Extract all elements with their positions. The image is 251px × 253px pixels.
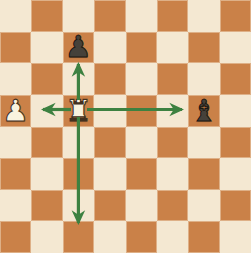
black-bishop[interactable]: ♝ — [188, 95, 219, 127]
board-square-c2r3[interactable]: ♜ — [63, 95, 94, 127]
board-square-c6r0[interactable] — [188, 0, 219, 32]
board-square-c6r1[interactable] — [188, 32, 219, 64]
board-square-c3r5[interactable] — [94, 158, 125, 190]
board-square-c4r7[interactable] — [126, 221, 157, 253]
board-square-c3r3[interactable] — [94, 95, 125, 127]
board-square-c4r2[interactable] — [126, 63, 157, 95]
board-square-c1r2[interactable] — [31, 63, 62, 95]
board-square-c4r3[interactable] — [126, 95, 157, 127]
board-square-c1r7[interactable] — [31, 221, 62, 253]
board-square-c6r4[interactable] — [188, 127, 219, 159]
white-pawn[interactable]: ♟ — [0, 95, 31, 127]
board-square-c7r3[interactable] — [220, 95, 251, 127]
board-square-c0r1[interactable] — [0, 32, 31, 64]
board-square-c1r4[interactable] — [31, 127, 62, 159]
chess-diagram: ♟♟♜♝ — [0, 0, 251, 253]
board-square-c7r2[interactable] — [220, 63, 251, 95]
board-square-c2r2[interactable] — [63, 63, 94, 95]
board-square-c3r1[interactable] — [94, 32, 125, 64]
board-square-c7r0[interactable] — [220, 0, 251, 32]
board-square-c4r1[interactable] — [126, 32, 157, 64]
board-square-c0r4[interactable] — [0, 127, 31, 159]
board-square-c4r5[interactable] — [126, 158, 157, 190]
board-square-c2r5[interactable] — [63, 158, 94, 190]
board-square-c5r7[interactable] — [157, 221, 188, 253]
board-square-c3r0[interactable] — [94, 0, 125, 32]
board-square-c2r6[interactable] — [63, 190, 94, 222]
board-square-c0r2[interactable] — [0, 63, 31, 95]
board-square-c3r7[interactable] — [94, 221, 125, 253]
board-square-c2r0[interactable] — [63, 0, 94, 32]
board-square-c7r7[interactable] — [220, 221, 251, 253]
board-square-c0r5[interactable] — [0, 158, 31, 190]
white-rook[interactable]: ♜ — [63, 95, 94, 127]
board-square-c5r2[interactable] — [157, 63, 188, 95]
board-square-c5r4[interactable] — [157, 127, 188, 159]
board-square-c2r1[interactable]: ♟ — [63, 32, 94, 64]
board-square-c6r7[interactable] — [188, 221, 219, 253]
board-square-c6r6[interactable] — [188, 190, 219, 222]
board-square-c1r6[interactable] — [31, 190, 62, 222]
board-square-c5r3[interactable] — [157, 95, 188, 127]
board-square-c5r1[interactable] — [157, 32, 188, 64]
board-square-c5r0[interactable] — [157, 0, 188, 32]
board-square-c5r6[interactable] — [157, 190, 188, 222]
board-square-c2r7[interactable] — [63, 221, 94, 253]
board-square-c3r2[interactable] — [94, 63, 125, 95]
board-square-c5r5[interactable] — [157, 158, 188, 190]
board-square-c0r6[interactable] — [0, 190, 31, 222]
board-square-c4r6[interactable] — [126, 190, 157, 222]
board-square-c7r5[interactable] — [220, 158, 251, 190]
board-square-c0r0[interactable] — [0, 0, 31, 32]
board-square-c3r6[interactable] — [94, 190, 125, 222]
board-square-c0r7[interactable] — [0, 221, 31, 253]
board-square-c7r1[interactable] — [220, 32, 251, 64]
board-square-c6r5[interactable] — [188, 158, 219, 190]
board-square-c1r3[interactable] — [31, 95, 62, 127]
board-square-c3r4[interactable] — [94, 127, 125, 159]
board-square-c1r0[interactable] — [31, 0, 62, 32]
chess-board: ♟♟♜♝ — [0, 0, 251, 253]
board-square-c6r2[interactable] — [188, 63, 219, 95]
board-square-c1r1[interactable] — [31, 32, 62, 64]
board-square-c0r3[interactable]: ♟ — [0, 95, 31, 127]
board-square-c7r6[interactable] — [220, 190, 251, 222]
board-square-c1r5[interactable] — [31, 158, 62, 190]
board-square-c4r4[interactable] — [126, 127, 157, 159]
black-pawn[interactable]: ♟ — [63, 32, 94, 64]
board-square-c2r4[interactable] — [63, 127, 94, 159]
board-square-c4r0[interactable] — [126, 0, 157, 32]
board-square-c6r3[interactable]: ♝ — [188, 95, 219, 127]
board-square-c7r4[interactable] — [220, 127, 251, 159]
